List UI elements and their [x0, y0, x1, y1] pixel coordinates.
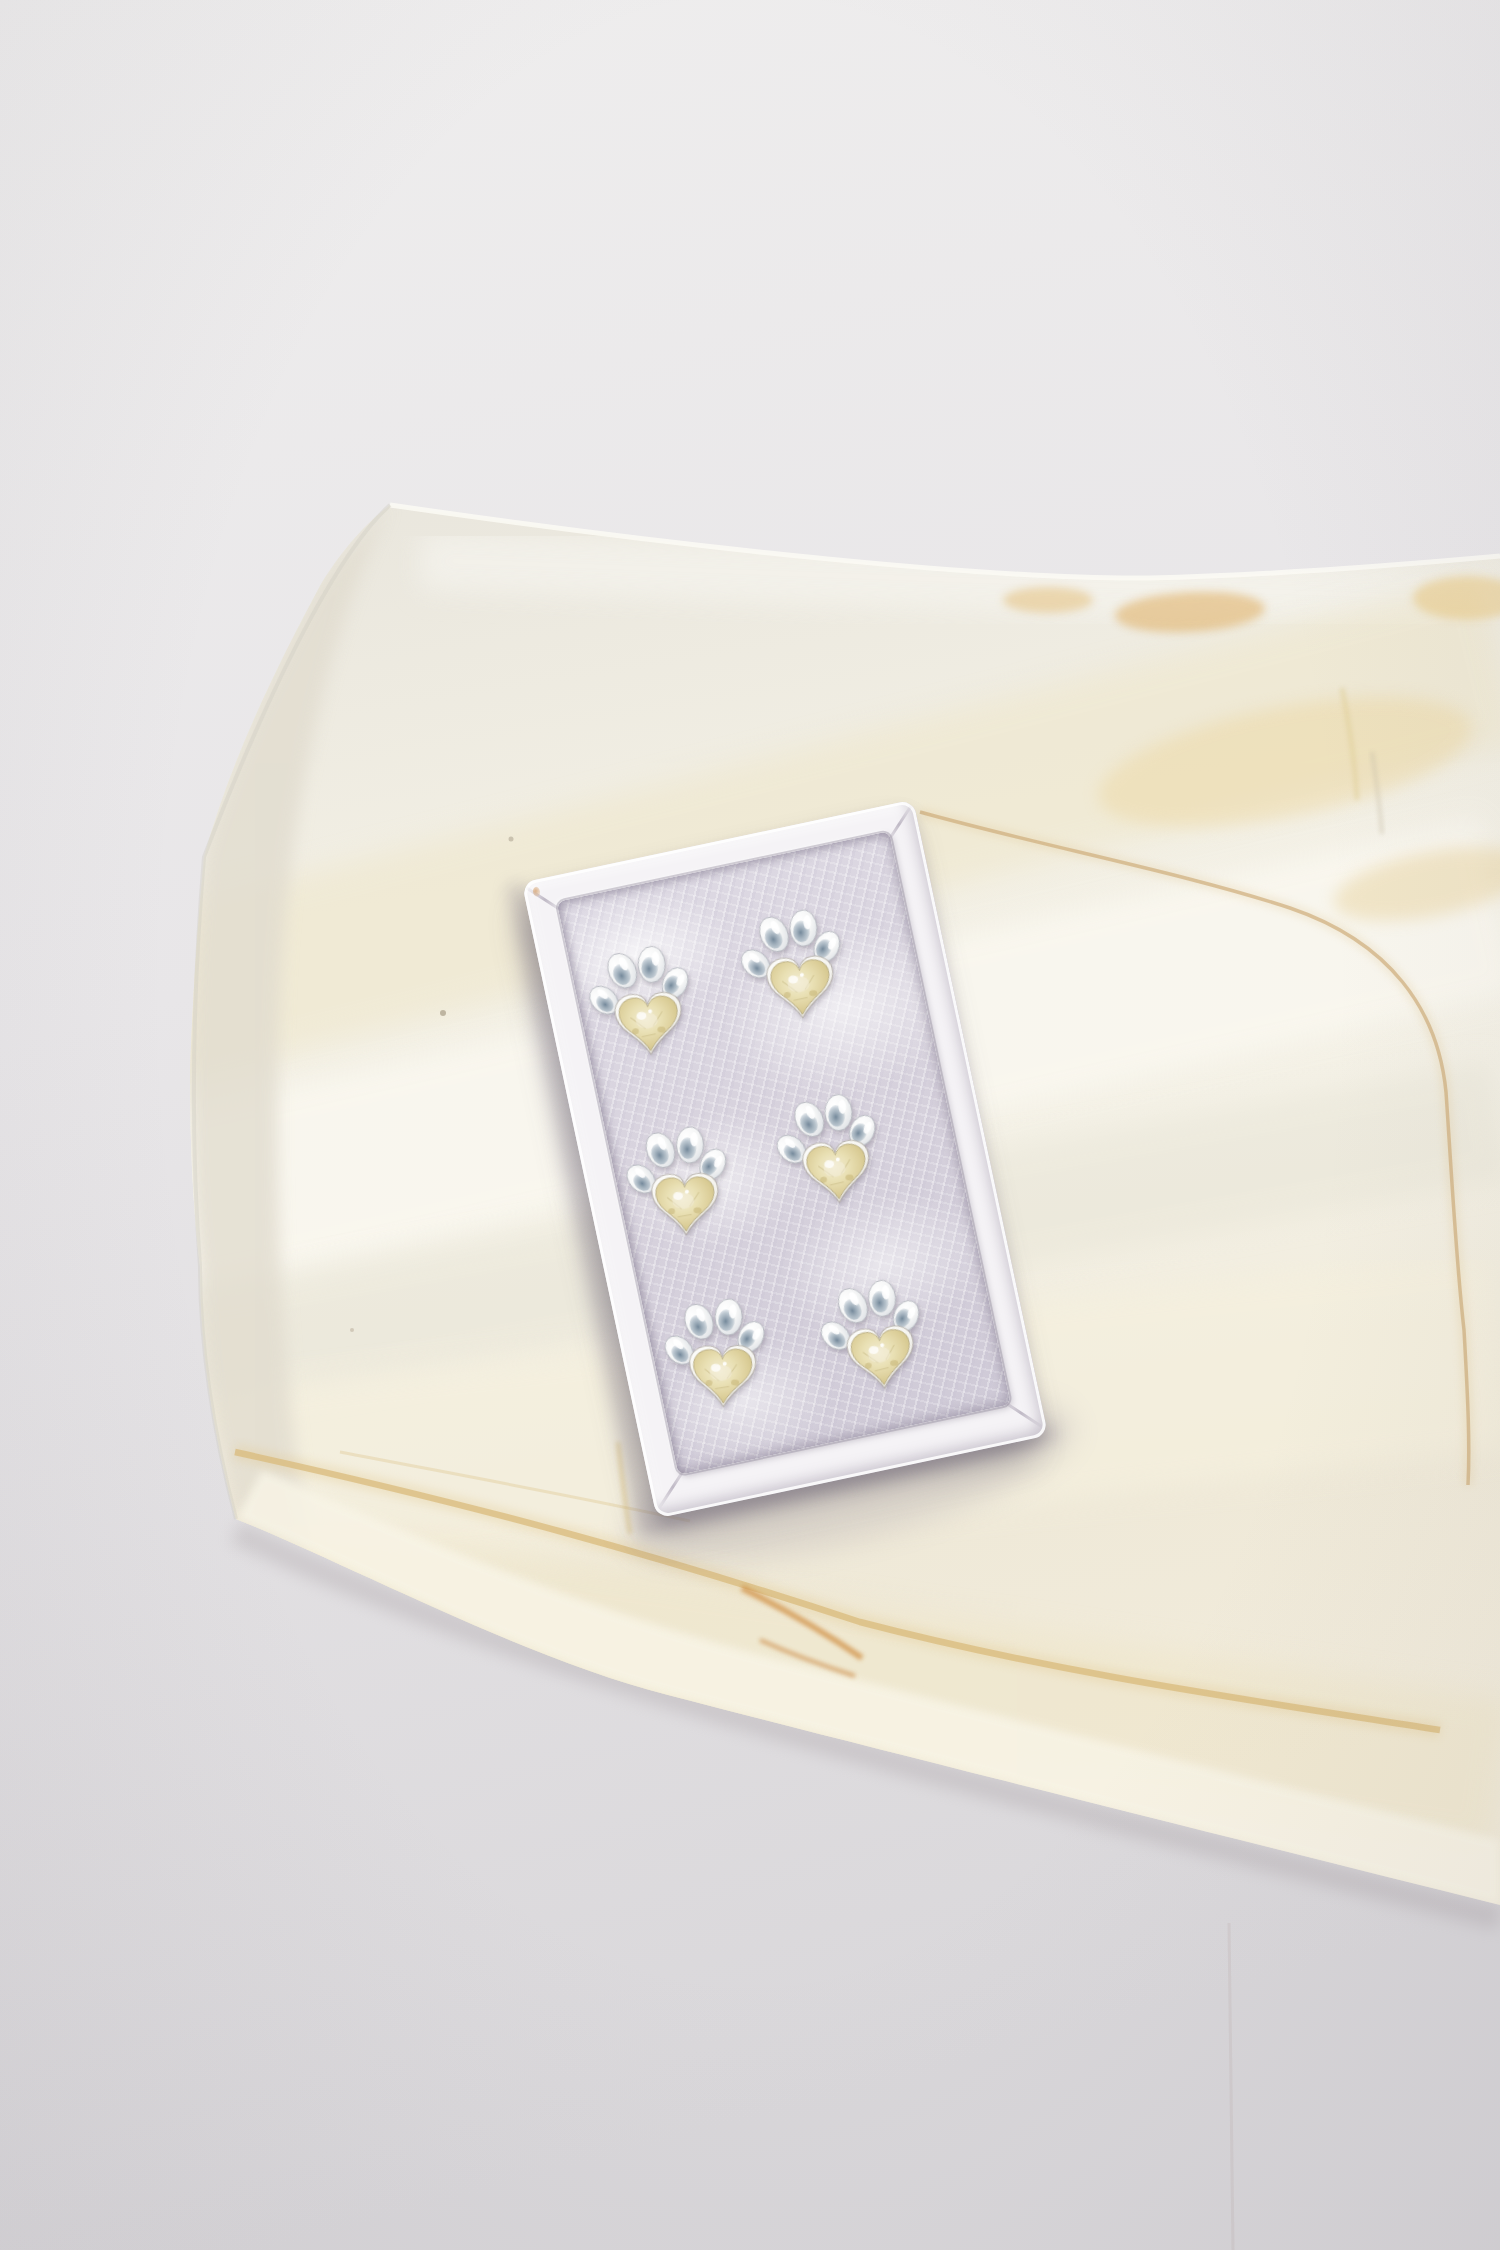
marble-speck: [509, 837, 514, 842]
toe-bead: [715, 1299, 743, 1335]
toe-bead: [677, 1127, 704, 1163]
toe-bead: [680, 1300, 719, 1344]
heart-stone: [651, 1173, 719, 1236]
rim-crease: [525, 886, 565, 914]
heart-stone: [689, 1345, 756, 1407]
toe-bead: [867, 1279, 896, 1317]
paw-earring-5: [646, 1268, 791, 1431]
marble-speck: [440, 1010, 446, 1016]
rim-crease: [885, 804, 913, 844]
rim-crease: [998, 1398, 1043, 1429]
toe-bead: [641, 1128, 680, 1172]
heart-stone: [766, 955, 836, 1020]
toe-bead: [602, 949, 642, 993]
toe-bead: [824, 1094, 853, 1131]
toe-bead: [754, 912, 794, 956]
heart-stone: [845, 1324, 917, 1392]
toe-bead: [638, 946, 666, 983]
paw-earring-4: [754, 1061, 907, 1230]
toe-bead: [789, 1097, 829, 1141]
paw-earring-6: [797, 1246, 952, 1417]
paw-earring-2: [719, 877, 870, 1045]
heart-stone: [614, 991, 684, 1056]
paw-earring-1: [568, 914, 719, 1082]
heart-stone: [801, 1139, 872, 1206]
photo-stage: [0, 0, 1500, 2250]
paw-earring-3: [607, 1095, 754, 1259]
rim-crease: [657, 1464, 688, 1509]
toe-bead: [789, 910, 817, 947]
marble-speck: [350, 1328, 354, 1332]
toe-bead: [833, 1283, 874, 1327]
